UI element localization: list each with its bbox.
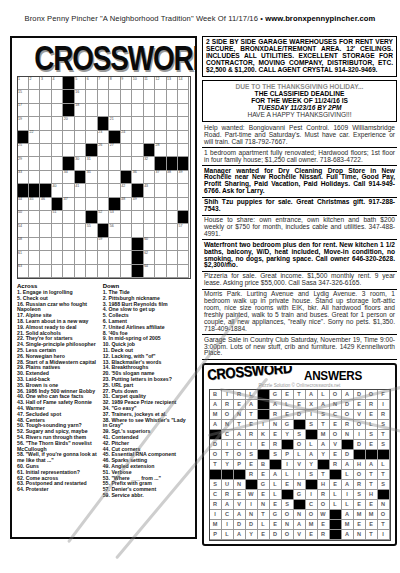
answer-cell: E — [294, 400, 306, 410]
puzzle-cell: 14 — [178, 77, 189, 90]
block-cell — [29, 184, 40, 197]
answer-cell: U — [222, 480, 234, 490]
puzzle-cell: 18 — [75, 104, 86, 117]
cell-number: 13 — [167, 77, 171, 81]
answer-letter: C — [222, 510, 233, 519]
cell-number: 64 — [144, 264, 148, 268]
cell-number: 5 — [75, 77, 77, 81]
answer-grid: BIRLGETALOADOFAREAALEXANDERIMONTREDISCOV… — [209, 389, 391, 541]
answer-cell: D — [342, 450, 354, 460]
answers-title-answers: ANSWERS — [304, 368, 362, 383]
classified-ad: 2 SIDE BY SIDE GARAGE WAREHOUSES FOR REN… — [202, 36, 397, 77]
answer-letter: S — [210, 480, 221, 489]
puzzle-cell: 56 — [109, 224, 120, 237]
classified-ad: DUE TO THE THANKSGIVING HOLIDAY...THE CL… — [202, 80, 397, 122]
block-cell — [378, 490, 390, 500]
puzzle-cell — [132, 157, 143, 170]
block-cell — [330, 530, 342, 540]
puzzle-cell — [132, 211, 143, 224]
puzzle-cell: 7 — [98, 77, 109, 90]
puzzle-cell — [121, 144, 132, 157]
answer-letter: D — [354, 390, 365, 399]
puzzle-cell — [75, 131, 86, 144]
crossword-title: CROSSWORD — [12, 38, 195, 76]
block-cell — [155, 157, 166, 170]
answer-cell: S — [210, 480, 222, 490]
cell-number: 20 — [64, 117, 68, 121]
answer-letter: S — [246, 450, 257, 459]
answer-letter: N — [270, 420, 281, 429]
answer-cell: A — [342, 460, 354, 470]
answer-cell: A — [294, 520, 306, 530]
answer-cell: T — [366, 480, 378, 490]
answer-letter: N — [282, 520, 293, 529]
puzzle-cell — [40, 238, 51, 251]
cell-number: 16 — [75, 90, 79, 94]
cell-number: 36 — [133, 170, 137, 174]
answer-letter: E — [258, 470, 269, 479]
puzzle-cell: 44 — [18, 198, 29, 211]
answer-letter: T — [378, 520, 389, 529]
answer-cell: R — [378, 410, 390, 420]
puzzle-cell — [167, 251, 178, 264]
answer-cell: A — [210, 400, 222, 410]
answer-letter: T — [366, 470, 377, 479]
answer-letter: L — [330, 500, 341, 509]
puzzle-cell — [29, 224, 40, 237]
answer-letter: Y — [282, 430, 293, 439]
puzzle-cell — [98, 104, 109, 117]
answer-cell: A — [318, 440, 330, 450]
puzzle-cell — [98, 198, 109, 211]
answer-cell: S — [378, 480, 390, 490]
puzzle-cell — [178, 117, 189, 130]
puzzle-cell: 38 — [167, 171, 178, 184]
answer-cell: N — [354, 530, 366, 540]
puzzle-cell — [29, 144, 40, 157]
answer-cell: Y — [306, 460, 318, 470]
answer-letter: R — [210, 500, 221, 509]
puzzle-cell: 32 — [144, 157, 155, 170]
answer-cell: V — [330, 440, 342, 450]
cell-number: 8 — [110, 77, 112, 81]
answer-letter: G — [258, 480, 269, 489]
answer-cell: I — [342, 490, 354, 500]
answer-cell: E — [366, 520, 378, 530]
puzzle-cell: 24 — [121, 131, 132, 144]
answer-cell: O — [306, 510, 318, 520]
puzzle-cell — [29, 211, 40, 224]
answer-cell: A — [342, 510, 354, 520]
block-cell — [354, 450, 366, 460]
answer-letter: A — [342, 480, 353, 489]
puzzle-cell: 54 — [18, 224, 29, 237]
answer-cell: O — [282, 510, 294, 520]
answer-letter: S — [294, 430, 305, 439]
block-cell — [63, 90, 74, 103]
cell-number: 63 — [18, 264, 22, 268]
puzzle-cell — [29, 117, 40, 130]
answer-cell: A — [342, 480, 354, 490]
puzzle-cell — [52, 171, 63, 184]
answer-cell: N — [222, 420, 234, 430]
puzzle-cell — [40, 251, 51, 264]
answer-cell: S — [354, 490, 366, 500]
puzzle-cell: 59 — [98, 238, 109, 251]
puzzle-cell — [52, 224, 63, 237]
answer-cell: B — [210, 390, 222, 400]
answer-cell: A — [306, 450, 318, 460]
puzzle-cell — [75, 238, 86, 251]
answer-letter: L — [342, 500, 353, 509]
block-cell — [270, 460, 282, 470]
answer-cell: G — [282, 420, 294, 430]
puzzle-cell: 2 — [29, 77, 40, 90]
answer-cell: A — [210, 420, 222, 430]
masthead-text: Bronx Penny Pincher "A Neighborhood Trad… — [25, 14, 266, 23]
answer-cell: T — [222, 450, 234, 460]
answer-cell: A — [222, 500, 234, 510]
answer-letter: R — [246, 430, 257, 439]
puzzle-cell — [155, 104, 166, 117]
cell-number: 38 — [167, 170, 171, 174]
answer-letter: D — [342, 400, 353, 409]
puzzle-cell — [167, 131, 178, 144]
block-cell — [132, 265, 143, 278]
block-cell — [234, 470, 246, 480]
answer-cell: A — [234, 510, 246, 520]
answer-cell: S — [378, 420, 390, 430]
puzzle-cell — [52, 104, 63, 117]
answer-letter: E — [318, 520, 329, 529]
puzzle-cell — [29, 171, 40, 184]
answer-cell: I — [306, 490, 318, 500]
answer-letter: E — [366, 410, 377, 419]
cell-number: 15 — [18, 90, 22, 94]
answer-cell: E — [318, 520, 330, 530]
puzzle-cell: 21 — [109, 117, 120, 130]
answer-cell: S — [366, 430, 378, 440]
puzzle-cell: 8 — [109, 77, 120, 90]
answer-letter: O — [294, 440, 305, 449]
puzzle-cell — [155, 251, 166, 264]
puzzle-cell — [40, 104, 51, 117]
cell-number: 33 — [18, 170, 22, 174]
answer-letter: T — [222, 450, 233, 459]
answer-letter: T — [294, 390, 305, 399]
puzzle-cell — [167, 265, 178, 278]
answer-cell: N — [234, 410, 246, 420]
cell-number: 4 — [52, 77, 54, 81]
puzzle-cell — [178, 144, 189, 157]
answer-cell: G — [258, 480, 270, 490]
puzzle-cell: 47 — [63, 198, 74, 211]
answer-cell: L — [282, 470, 294, 480]
answer-letter: A — [234, 430, 245, 439]
answer-letter: E — [282, 410, 293, 419]
block-cell — [63, 104, 74, 117]
answer-letter: V — [294, 530, 305, 539]
answer-cell: R — [270, 410, 282, 420]
puzzle-cell — [144, 198, 155, 211]
answer-cell: L — [318, 390, 330, 400]
puzzle-cell: 63 — [18, 265, 29, 278]
answer-cell: L — [246, 390, 258, 400]
answer-letter: P — [282, 450, 293, 459]
answer-letter: D — [354, 440, 365, 449]
puzzle-cell — [75, 224, 86, 237]
answer-letter: S — [354, 490, 365, 499]
answer-letter: L — [282, 400, 293, 409]
classified-ad: 1 bedroom apartment fully renovated; Har… — [202, 148, 397, 166]
answer-letter: P — [210, 530, 221, 539]
puzzle-cell: 64 — [144, 265, 155, 278]
block-cell — [282, 440, 294, 450]
block-cell — [178, 211, 189, 224]
puzzle-cell — [86, 90, 97, 103]
cell-number: 40 — [52, 184, 56, 188]
answer-cell: E — [270, 430, 282, 440]
puzzle-cell — [29, 251, 40, 264]
answer-letter: I — [378, 400, 389, 409]
cell-number: 23 — [98, 130, 102, 134]
classified-ad: House to share: own entrance, own kitche… — [202, 216, 397, 241]
crossword-answers-box: CROSSWORDANSWERS Puzzle Solution © Onlin… — [202, 363, 397, 546]
block-cell — [63, 77, 74, 90]
answer-cell: E — [258, 530, 270, 540]
answer-cell: S — [306, 420, 318, 430]
puzzle-cell: 17 — [18, 104, 29, 117]
puzzle-cell: 51 — [52, 211, 63, 224]
puzzle-cell: 43 — [144, 184, 155, 197]
puzzle-cell — [52, 131, 63, 144]
answer-letter: D — [234, 520, 245, 529]
answer-letter: S — [270, 450, 281, 459]
answer-letter: O — [282, 510, 293, 519]
answer-cell: E — [330, 420, 342, 430]
block-cell — [109, 198, 120, 211]
cell-number: 56 — [110, 224, 114, 228]
answer-letter: L — [378, 460, 389, 469]
answer-letter: I — [378, 530, 389, 539]
block-cell — [342, 440, 354, 450]
answer-letter: A — [234, 530, 245, 539]
block-cell — [40, 184, 51, 197]
answer-cell: O — [222, 410, 234, 420]
puzzle-cell — [178, 184, 189, 197]
answer-cell: M — [318, 430, 330, 440]
answer-cell: I — [354, 430, 366, 440]
answer-letter: E — [258, 440, 269, 449]
answer-letter: R — [222, 400, 233, 409]
answer-letter: B — [210, 390, 221, 399]
answer-cell: N — [258, 500, 270, 510]
answer-letter: D — [270, 530, 281, 539]
answer-cell: E — [354, 400, 366, 410]
answer-cell: Y — [318, 450, 330, 460]
puzzle-cell: 58 — [18, 238, 29, 251]
puzzle-cell — [109, 265, 120, 278]
answer-cell: D — [294, 410, 306, 420]
answer-letter: W — [318, 510, 329, 519]
answer-cell: M — [210, 410, 222, 420]
classified-ad-line: DUE TO THE THANKSGIVING HOLIDAY... — [205, 83, 394, 90]
answer-letter: C — [234, 440, 245, 449]
puzzle-cell — [40, 211, 51, 224]
newspaper-page: { "game": "crossword", "position": { "si… — [0, 0, 400, 573]
answer-letter: E — [246, 420, 257, 429]
answer-letter: I — [306, 410, 317, 419]
answer-cell: O — [330, 430, 342, 440]
answer-letter: Y — [318, 450, 329, 459]
block-cell — [306, 430, 318, 440]
puzzle-cell — [75, 211, 86, 224]
answer-cell: O — [378, 510, 390, 520]
puzzle-cell — [155, 224, 166, 237]
answer-letter: T — [318, 470, 329, 479]
classified-ad: Manager wanted for Dry Cleaning Drop Sto… — [202, 166, 397, 198]
answer-cell: O — [234, 450, 246, 460]
answer-letter: E — [234, 490, 245, 499]
puzzle-cell: 37 — [155, 171, 166, 184]
block-cell — [258, 390, 270, 400]
cell-number: 39 — [179, 170, 183, 174]
puzzle-cell: 45 — [29, 198, 40, 211]
answer-letter: T — [210, 460, 221, 469]
puzzle-cell: 39 — [178, 171, 189, 184]
puzzle-cell — [63, 131, 74, 144]
puzzle-cell — [132, 224, 143, 237]
answer-cell: R — [318, 530, 330, 540]
answer-cell: A — [342, 530, 354, 540]
cell-number: 44 — [18, 197, 22, 201]
answer-letter: E — [270, 500, 281, 509]
answer-cell: R — [210, 500, 222, 510]
answer-cell: E — [282, 390, 294, 400]
answer-letter: R — [330, 460, 341, 469]
cell-number: 3 — [41, 77, 43, 81]
answer-letter: I — [222, 440, 233, 449]
puzzle-cell — [167, 184, 178, 197]
answer-cell: B — [258, 460, 270, 470]
answer-cell: E — [234, 490, 246, 500]
cell-number: 11 — [144, 77, 148, 81]
block-cell — [318, 460, 330, 470]
answer-letter: E — [294, 400, 305, 409]
answer-cell: S — [306, 470, 318, 480]
answer-letter: R — [222, 490, 233, 499]
puzzle-cell: 28 — [155, 144, 166, 157]
puzzle-cell — [167, 117, 178, 130]
puzzle-cell — [167, 90, 178, 103]
classifieds-column: 2 SIDE BY SIDE GARAGE WAREHOUSES FOR REN… — [202, 36, 397, 571]
answer-cell: W — [318, 510, 330, 520]
answer-letter: S — [378, 480, 389, 489]
answer-letter: O — [282, 530, 293, 539]
cell-number: 48 — [121, 197, 125, 201]
puzzle-cell — [86, 265, 97, 278]
down-clue: 59. Service abbr. — [103, 493, 191, 499]
puzzle-cell — [144, 211, 155, 224]
answer-letter: I — [258, 420, 269, 429]
answer-letter: R — [354, 480, 365, 489]
puzzle-cell — [121, 238, 132, 251]
answer-letter: A — [306, 450, 317, 459]
answer-cell: O — [330, 390, 342, 400]
answer-letter: O — [222, 410, 233, 419]
answer-letter: R — [318, 530, 329, 539]
block-cell — [222, 470, 234, 480]
puzzle-cell — [121, 251, 132, 264]
block-cell — [52, 198, 63, 211]
answer-cell: R — [222, 400, 234, 410]
answer-letter: M — [306, 520, 317, 529]
answer-cell: M — [342, 520, 354, 530]
puzzle-cell: 15 — [18, 90, 29, 103]
puzzle-cell: 50 — [18, 211, 29, 224]
puzzle-cell: 55 — [86, 224, 97, 237]
answer-letter: R — [246, 470, 257, 479]
answer-letter: S — [366, 430, 377, 439]
answer-cell: T — [258, 510, 270, 520]
puzzle-cell — [63, 211, 74, 224]
answer-letter: D — [342, 450, 353, 459]
answer-letter: O — [366, 390, 377, 399]
answer-cell: A — [270, 470, 282, 480]
answer-letter: T — [378, 430, 389, 439]
answer-letter: E — [270, 430, 281, 439]
answer-letter: L — [222, 530, 233, 539]
answer-letter: R — [366, 400, 377, 409]
answer-cell: N — [294, 480, 306, 490]
answer-letter: A — [342, 530, 353, 539]
answer-letter: A — [342, 510, 353, 519]
puzzle-cell: 42 — [121, 184, 132, 197]
cell-number: 24 — [121, 130, 125, 134]
puzzle-cell: 61 — [18, 251, 29, 264]
answer-cell: O — [354, 420, 366, 430]
puzzle-cell: 9 — [121, 77, 132, 90]
puzzle-cell — [52, 251, 63, 264]
block-cell — [246, 480, 258, 490]
puzzle-cell — [121, 117, 132, 130]
answer-cell: S — [294, 430, 306, 440]
answer-cell: R — [342, 420, 354, 430]
answer-cell: T — [366, 470, 378, 480]
puzzle-cell: 36 — [132, 171, 143, 184]
puzzle-cell — [98, 265, 109, 278]
puzzle-cell — [86, 184, 97, 197]
cell-number: 62 — [144, 251, 148, 255]
across-clue-list: Across 1. Engage in logrolling5. Check o… — [17, 283, 99, 499]
cell-number: 35 — [87, 170, 91, 174]
puzzle-cell — [52, 90, 63, 103]
answer-cell: T — [378, 520, 390, 530]
cell-number: 6 — [87, 77, 89, 81]
answer-cell: L — [222, 530, 234, 540]
answer-cell: L — [378, 460, 390, 470]
puzzle-cell — [109, 171, 120, 184]
answer-letter: F — [378, 390, 389, 399]
down-clues: 1. The Tide2. Pittsburgh nickname3. 1988… — [103, 290, 191, 499]
answer-letter: H — [354, 460, 365, 469]
puzzle-cell — [75, 198, 86, 211]
answer-cell: F — [378, 390, 390, 400]
answer-letter: C — [210, 490, 221, 499]
answer-letter: M — [210, 520, 221, 529]
cell-number: 28 — [156, 143, 160, 147]
answer-cell: D — [234, 520, 246, 530]
